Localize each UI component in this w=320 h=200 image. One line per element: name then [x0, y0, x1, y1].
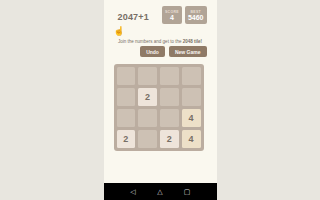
back-icon[interactable]: ◁ [129, 188, 137, 195]
empty-cell [160, 109, 179, 127]
toolbar: Undo New Game [140, 46, 206, 57]
best-value: 5460 [188, 14, 204, 22]
tile-2: 2 [160, 130, 179, 148]
score-badge: SCORE 4 [162, 6, 182, 24]
tile-4: 4 [182, 109, 201, 127]
instruction-text: Join the numbers and get to the 2048 til… [104, 39, 217, 44]
instruction-goal: 2048 tile! [183, 39, 202, 44]
empty-cell [160, 67, 179, 85]
best-badge: BEST 5460 [185, 6, 207, 24]
empty-cell [138, 109, 157, 127]
empty-cell [182, 88, 201, 106]
empty-cell [117, 109, 136, 127]
undo-button[interactable]: Undo [140, 46, 165, 57]
instruction-prefix: Join the numbers and get to the [118, 39, 183, 44]
new-game-button[interactable]: New Game [169, 46, 207, 57]
app-screen: 2047+1 SCORE 4 BEST 5460 ☝ Join the numb… [104, 0, 217, 200]
empty-cell [138, 67, 157, 85]
tile-4: 4 [182, 130, 201, 148]
empty-cell [117, 67, 136, 85]
recents-icon[interactable]: ▢ [183, 188, 191, 195]
board[interactable]: 24224 [114, 64, 204, 151]
swipe-gesture-icon: ☝ [114, 26, 125, 36]
header: 2047+1 SCORE 4 BEST 5460 [104, 0, 217, 24]
tile-2: 2 [138, 88, 157, 106]
empty-cell [138, 130, 157, 148]
empty-cell [160, 88, 179, 106]
score-badges: SCORE 4 BEST 5460 [162, 6, 207, 24]
score-value: 4 [170, 14, 174, 22]
empty-cell [117, 88, 136, 106]
android-navbar: ◁ △ ▢ [104, 183, 217, 200]
app-title: 2047+1 [118, 12, 149, 22]
tile-2: 2 [117, 130, 136, 148]
empty-cell [182, 67, 201, 85]
home-icon[interactable]: △ [156, 188, 164, 195]
